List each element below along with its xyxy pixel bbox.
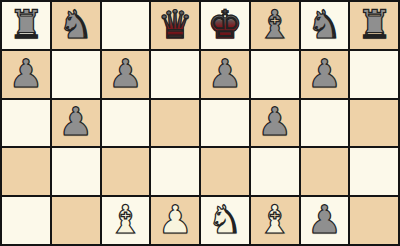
- black-pawn[interactable]: ♟: [8, 54, 43, 93]
- square-g7[interactable]: ♟: [301, 51, 349, 98]
- square-f6[interactable]: ♟: [251, 100, 299, 147]
- square-h4[interactable]: [350, 197, 398, 244]
- black-pawn[interactable]: ♟: [58, 102, 93, 141]
- square-f7[interactable]: [251, 51, 299, 98]
- square-g6[interactable]: [301, 100, 349, 147]
- black-pawn[interactable]: ♟: [307, 200, 342, 239]
- square-d7[interactable]: [151, 51, 199, 98]
- square-a7[interactable]: ♟: [2, 51, 50, 98]
- square-e6[interactable]: [201, 100, 249, 147]
- square-e7[interactable]: ♟: [201, 51, 249, 98]
- square-f5[interactable]: [251, 148, 299, 195]
- square-h6[interactable]: [350, 100, 398, 147]
- black-pawn[interactable]: ♟: [207, 54, 242, 93]
- black-pawn[interactable]: ♟: [108, 54, 143, 93]
- square-a5[interactable]: [2, 148, 50, 195]
- square-f4[interactable]: ♝: [251, 197, 299, 244]
- black-bishop[interactable]: ♝: [257, 5, 292, 44]
- square-c8[interactable]: [102, 2, 150, 49]
- white-pawn[interactable]: ♟: [158, 200, 193, 239]
- chess-board: ♜♞♛♚♝♞♜♟♟♟♟♟♟♝♟♞♝♟: [0, 0, 400, 246]
- square-f8[interactable]: ♝: [251, 2, 299, 49]
- black-king[interactable]: ♚: [207, 5, 242, 44]
- square-b6[interactable]: ♟: [52, 100, 100, 147]
- square-b7[interactable]: [52, 51, 100, 98]
- white-bishop[interactable]: ♝: [257, 200, 292, 239]
- square-c4[interactable]: ♝: [102, 197, 150, 244]
- square-c5[interactable]: [102, 148, 150, 195]
- square-h5[interactable]: [350, 148, 398, 195]
- black-knight[interactable]: ♞: [307, 5, 342, 44]
- square-d8[interactable]: ♛: [151, 2, 199, 49]
- square-d4[interactable]: ♟: [151, 197, 199, 244]
- black-pawn[interactable]: ♟: [307, 54, 342, 93]
- square-d5[interactable]: [151, 148, 199, 195]
- square-g5[interactable]: [301, 148, 349, 195]
- square-b5[interactable]: [52, 148, 100, 195]
- square-g4[interactable]: ♟: [301, 197, 349, 244]
- square-a6[interactable]: [2, 100, 50, 147]
- square-c7[interactable]: ♟: [102, 51, 150, 98]
- square-a4[interactable]: [2, 197, 50, 244]
- white-bishop[interactable]: ♝: [108, 200, 143, 239]
- black-queen[interactable]: ♛: [158, 5, 193, 44]
- black-rook[interactable]: ♜: [8, 5, 43, 44]
- square-e5[interactable]: [201, 148, 249, 195]
- square-e8[interactable]: ♚: [201, 2, 249, 49]
- square-a8[interactable]: ♜: [2, 2, 50, 49]
- black-pawn[interactable]: ♟: [257, 102, 292, 141]
- square-b8[interactable]: ♞: [52, 2, 100, 49]
- square-h7[interactable]: [350, 51, 398, 98]
- black-knight[interactable]: ♞: [58, 5, 93, 44]
- black-rook[interactable]: ♜: [357, 5, 392, 44]
- square-e4[interactable]: ♞: [201, 197, 249, 244]
- square-c6[interactable]: [102, 100, 150, 147]
- square-d6[interactable]: [151, 100, 199, 147]
- square-g8[interactable]: ♞: [301, 2, 349, 49]
- square-h8[interactable]: ♜: [350, 2, 398, 49]
- white-knight[interactable]: ♞: [207, 200, 242, 239]
- screenshot: ♜♞♛♚♝♞♜♟♟♟♟♟♟♝♟♞♝♟: [0, 0, 400, 246]
- square-b4[interactable]: [52, 197, 100, 244]
